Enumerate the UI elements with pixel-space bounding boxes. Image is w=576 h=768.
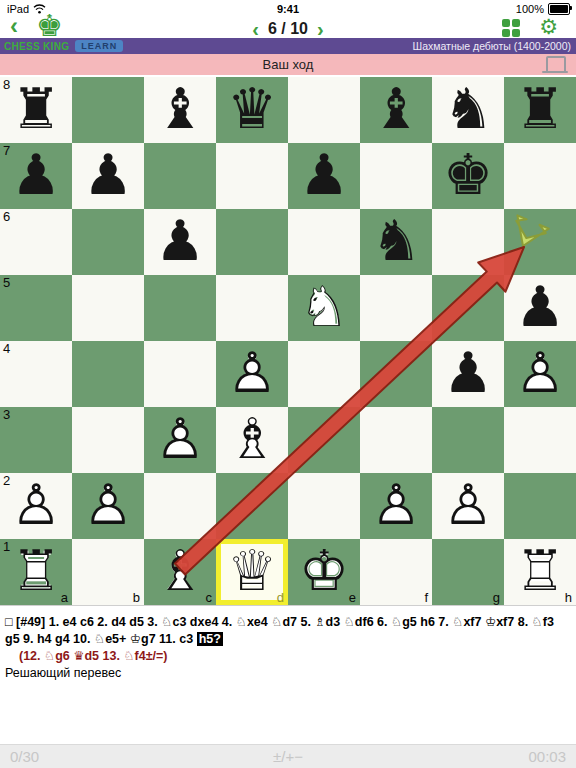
battery-percent: 100% — [516, 3, 544, 15]
square-a1[interactable]: 1a♜♖ — [0, 539, 72, 605]
piece-white-bishop[interactable]: ♗ — [216, 407, 288, 473]
square-g1[interactable]: g — [432, 539, 504, 605]
piece-black-rook[interactable]: ♜ — [504, 77, 576, 143]
piece-black-pawn[interactable]: ♟ — [504, 275, 576, 341]
file-label-d: d — [277, 591, 284, 605]
square-e8[interactable] — [288, 77, 360, 143]
rank-label-2: 2 — [3, 473, 10, 488]
square-c6[interactable]: ♟ — [144, 209, 216, 275]
puzzle-counter-value: 6 / 10 — [268, 20, 308, 37]
square-c4[interactable] — [144, 341, 216, 407]
piece-black-pawn[interactable]: ♟ — [432, 341, 504, 407]
highlighted-move[interactable]: h5? — [197, 632, 223, 646]
square-d3[interactable]: ♝♗ — [216, 407, 288, 473]
grid-menu-icon[interactable] — [502, 19, 520, 37]
piece-black-pawn[interactable]: ♟ — [0, 143, 72, 209]
square-g5[interactable] — [432, 275, 504, 341]
rank-label-3: 3 — [3, 407, 10, 422]
square-e7[interactable]: ♟ — [288, 143, 360, 209]
rank-label-1: 1 — [3, 539, 10, 554]
move-list[interactable]: □ [#49] 1. e4 c6 2. d4 d5 3. ♘c3 dxe4 4.… — [0, 610, 575, 682]
square-g6[interactable] — [432, 209, 504, 275]
square-c5[interactable] — [144, 275, 216, 341]
status-bar: iPad 9:41 100% — [0, 0, 576, 20]
square-f4[interactable] — [360, 341, 432, 407]
square-f6[interactable]: ♞ — [360, 209, 432, 275]
file-label-h: h — [565, 591, 572, 605]
square-e6[interactable] — [288, 209, 360, 275]
eval-label: ±/+− — [0, 748, 576, 765]
square-f3[interactable] — [360, 407, 432, 473]
square-d6[interactable] — [216, 209, 288, 275]
bottom-status-bar: 0/30 ±/+− 00:03 — [0, 744, 576, 768]
learn-badge: LEARN — [75, 40, 123, 52]
piece-white-pawn[interactable]: ♙ — [216, 341, 288, 407]
chess-board[interactable]: 8♜♝♛♝♞♜7♟♟♟♚6♟♞5♞♘♟4♟♙♟♟♙3♟♙♝♗2♟♙♟♙♟♙♟♙1… — [0, 77, 576, 605]
course-title: Шахматные дебюты (1400-2000) — [413, 40, 571, 52]
square-d8[interactable]: ♛ — [216, 77, 288, 143]
piece-black-king[interactable]: ♚ — [432, 143, 504, 209]
square-e5[interactable]: ♞♘ — [288, 275, 360, 341]
square-f2[interactable]: ♟♙ — [360, 473, 432, 539]
prev-puzzle-button[interactable]: ‹ — [243, 18, 268, 40]
file-label-c: c — [206, 591, 213, 605]
variation-line[interactable]: (12. ♘g6 ♛d5 13. ♘f4±/=) — [19, 648, 569, 665]
square-e2[interactable] — [288, 473, 360, 539]
elapsed-timer: 00:03 — [528, 748, 566, 765]
square-c3[interactable]: ♟♙ — [144, 407, 216, 473]
square-h1[interactable]: h♜♖ — [504, 539, 576, 605]
piece-white-pawn[interactable]: ♙ — [72, 473, 144, 539]
square-h6[interactable] — [504, 209, 576, 275]
prompt-bar: Ваш ход — [0, 54, 576, 75]
square-h4[interactable]: ♟♙ — [504, 341, 576, 407]
square-f8[interactable]: ♝ — [360, 77, 432, 143]
piece-black-pawn[interactable]: ♟ — [288, 143, 360, 209]
square-f7[interactable] — [360, 143, 432, 209]
piece-black-pawn[interactable]: ♟ — [144, 209, 216, 275]
square-g8[interactable]: ♞ — [432, 77, 504, 143]
square-b4[interactable] — [72, 341, 144, 407]
square-b1[interactable]: b — [72, 539, 144, 605]
piece-white-pawn[interactable]: ♙ — [432, 473, 504, 539]
piece-white-knight[interactable]: ♘ — [288, 275, 360, 341]
square-a7[interactable]: 7♟ — [0, 143, 72, 209]
file-label-a: a — [61, 591, 68, 605]
piece-white-pawn[interactable]: ♙ — [144, 407, 216, 473]
piece-white-pawn[interactable]: ♙ — [360, 473, 432, 539]
square-e4[interactable] — [288, 341, 360, 407]
square-b3[interactable] — [72, 407, 144, 473]
square-h3[interactable] — [504, 407, 576, 473]
rank-label-5: 5 — [3, 275, 10, 290]
piece-white-pawn[interactable]: ♙ — [0, 473, 72, 539]
computer-icon[interactable] — [542, 56, 568, 74]
square-h8[interactable]: ♜ — [504, 77, 576, 143]
file-label-b: b — [133, 591, 140, 605]
square-a2[interactable]: 2♟♙ — [0, 473, 72, 539]
square-h2[interactable] — [504, 473, 576, 539]
square-d1[interactable]: d♛♕ — [216, 539, 288, 605]
square-c8[interactable]: ♝ — [144, 77, 216, 143]
brand-bar: CHESS KING LEARN Шахматные дебюты (1400-… — [0, 38, 576, 54]
file-label-e: e — [349, 591, 356, 605]
square-g3[interactable] — [432, 407, 504, 473]
square-d7[interactable] — [216, 143, 288, 209]
square-c1[interactable]: c♝♗ — [144, 539, 216, 605]
rank-label-6: 6 — [3, 209, 10, 224]
piece-black-rook[interactable]: ♜ — [0, 77, 72, 143]
square-a5[interactable]: 5 — [0, 275, 72, 341]
piece-black-queen[interactable]: ♛ — [216, 77, 288, 143]
piece-black-pawn[interactable]: ♟ — [72, 143, 144, 209]
nav-bar: ‹ ♚ ‹6 / 10› ⚙ — [0, 18, 576, 38]
square-e1[interactable]: e♚♔ — [288, 539, 360, 605]
chess-king-app: iPad 9:41 100% ‹ ♚ ‹6 / 10› ⚙ CHESS KING… — [0, 0, 576, 768]
square-h7[interactable] — [504, 143, 576, 209]
square-b6[interactable] — [72, 209, 144, 275]
piece-black-bishop[interactable]: ♝ — [144, 77, 216, 143]
next-puzzle-button[interactable]: › — [308, 18, 333, 40]
square-g4[interactable]: ♟ — [432, 341, 504, 407]
assessment-text: Решающий перевес — [5, 665, 569, 682]
square-a6[interactable]: 6 — [0, 209, 72, 275]
piece-black-bishop[interactable]: ♝ — [360, 77, 432, 143]
rank-label-7: 7 — [3, 143, 10, 158]
square-b8[interactable] — [72, 77, 144, 143]
rank-label-8: 8 — [3, 77, 10, 92]
square-b7[interactable]: ♟ — [72, 143, 144, 209]
square-d2[interactable] — [216, 473, 288, 539]
square-b2[interactable]: ♟♙ — [72, 473, 144, 539]
clock-time: 9:41 — [0, 3, 576, 15]
rank-label-4: 4 — [3, 341, 10, 356]
main-line-moves[interactable]: 1. e4 c6 2. d4 d5 3. ♘c3 dxe4 4. ♘xe4 ♘d… — [5, 615, 554, 646]
square-d5[interactable] — [216, 275, 288, 341]
square-f5[interactable] — [360, 275, 432, 341]
piece-black-knight[interactable]: ♞ — [360, 209, 432, 275]
your-move-label: Ваш ход — [0, 57, 576, 72]
square-e3[interactable] — [288, 407, 360, 473]
puzzle-number: □ [#49] — [5, 615, 49, 629]
square-g7[interactable]: ♚ — [432, 143, 504, 209]
file-label-g: g — [493, 591, 500, 605]
piece-black-knight[interactable]: ♞ — [432, 77, 504, 143]
file-label-f: f — [424, 591, 428, 605]
square-c2[interactable] — [144, 473, 216, 539]
square-b5[interactable] — [72, 275, 144, 341]
square-a3[interactable]: 3 — [0, 407, 72, 473]
piece-white-pawn[interactable]: ♙ — [504, 341, 576, 407]
square-c7[interactable] — [144, 143, 216, 209]
board-separator — [0, 605, 576, 606]
chess-king-wordmark: CHESS KING — [4, 41, 69, 52]
square-a4[interactable]: 4 — [0, 341, 72, 407]
square-g2[interactable]: ♟♙ — [432, 473, 504, 539]
square-d4[interactable]: ♟♙ — [216, 341, 288, 407]
battery-icon — [548, 3, 570, 15]
gear-icon[interactable]: ⚙ — [539, 15, 558, 39]
square-f1[interactable]: f — [360, 539, 432, 605]
square-a8[interactable]: 8♜ — [0, 77, 72, 143]
square-h5[interactable]: ♟ — [504, 275, 576, 341]
